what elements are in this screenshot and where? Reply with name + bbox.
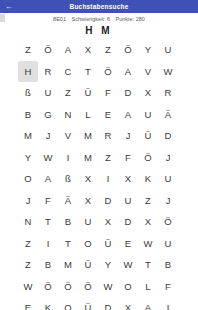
grid-cell[interactable]: N: [58, 104, 78, 126]
grid-cell[interactable]: T: [58, 233, 78, 255]
grid-cell[interactable]: A: [118, 104, 138, 126]
back-button[interactable]: ←: [5, 0, 13, 13]
grid-cell[interactable]: X: [98, 211, 118, 233]
grid-cell[interactable]: O: [118, 276, 138, 298]
grid-cell[interactable]: E: [18, 297, 38, 310]
grid-cell[interactable]: Ö: [38, 276, 58, 298]
grid-cell[interactable]: X: [138, 82, 158, 104]
grid-cell[interactable]: U: [118, 190, 138, 212]
grid-cell[interactable]: B: [18, 104, 38, 126]
grid-cell[interactable]: T: [138, 254, 158, 276]
grid-cell[interactable]: T: [78, 61, 98, 83]
grid-cell[interactable]: Z: [18, 254, 38, 276]
grid-cell[interactable]: Z: [18, 233, 38, 255]
grid-cell[interactable]: X: [78, 190, 98, 212]
grid-cell[interactable]: U: [138, 104, 158, 126]
grid-cell[interactable]: O: [78, 233, 98, 255]
grid-cell[interactable]: A: [58, 39, 78, 61]
grid-cell[interactable]: F: [38, 190, 58, 212]
arrow-left-icon: ←: [5, 0, 13, 13]
grid-cell[interactable]: I: [58, 147, 78, 169]
grid-cell[interactable]: R: [158, 82, 178, 104]
level-label: 8E01: [53, 16, 66, 22]
grid-cell[interactable]: Z: [98, 39, 118, 61]
grid-cell[interactable]: K: [38, 297, 58, 310]
target-letters: H M: [0, 25, 198, 36]
grid-cell[interactable]: ß: [58, 168, 78, 190]
grid-cell[interactable]: Ö: [138, 147, 158, 169]
grid-cell[interactable]: J: [158, 147, 178, 169]
grid-cell[interactable]: D: [98, 297, 118, 310]
grid-cell[interactable]: M: [18, 125, 38, 147]
grid-cell[interactable]: Z: [58, 82, 78, 104]
grid-cell[interactable]: Ü: [138, 125, 158, 147]
grid-cell[interactable]: V: [138, 61, 158, 83]
grid-cell[interactable]: L: [78, 104, 98, 126]
grid-cell[interactable]: M: [58, 254, 78, 276]
grid-cell[interactable]: H: [18, 61, 38, 83]
grid-cell[interactable]: A: [138, 297, 158, 310]
grid-cell[interactable]: X: [118, 168, 138, 190]
grid-cell[interactable]: U: [158, 233, 178, 255]
grid-cell[interactable]: X: [138, 211, 158, 233]
grid-cell[interactable]: Ö: [98, 61, 118, 83]
grid-cell[interactable]: B: [38, 254, 58, 276]
grid-cell[interactable]: R: [38, 61, 58, 83]
grid-cell[interactable]: Ü: [78, 297, 98, 310]
grid-cell[interactable]: W: [118, 254, 138, 276]
grid-cell[interactable]: Y: [18, 147, 38, 169]
grid-cell[interactable]: W: [38, 147, 58, 169]
grid-cell[interactable]: U: [38, 82, 58, 104]
grid-cell[interactable]: Ö: [158, 211, 178, 233]
grid-cell[interactable]: J: [18, 190, 38, 212]
grid-cell[interactable]: A: [118, 61, 138, 83]
grid-cell[interactable]: A: [38, 168, 58, 190]
grid-cell[interactable]: Ö: [78, 276, 98, 298]
grid-cell[interactable]: W: [98, 276, 118, 298]
grid-cell[interactable]: V: [58, 125, 78, 147]
status-line: 8E01 Schwierigkeit: 6 Punkte: 280: [0, 16, 198, 22]
grid-cell[interactable]: M: [78, 147, 98, 169]
grid-cell[interactable]: C: [58, 61, 78, 83]
grid-cell[interactable]: X: [78, 168, 98, 190]
grid-cell[interactable]: Q: [58, 297, 78, 310]
grid-cell[interactable]: X: [78, 39, 98, 61]
grid-cell[interactable]: Y: [138, 39, 158, 61]
grid-cell[interactable]: E: [118, 233, 138, 255]
grid-cell[interactable]: M: [78, 125, 98, 147]
grid-cell[interactable]: X: [118, 297, 138, 310]
grid-cell[interactable]: ß: [18, 82, 38, 104]
grid-cell[interactable]: G: [38, 104, 58, 126]
grid-cell[interactable]: F: [158, 276, 178, 298]
grid-cell[interactable]: Y: [98, 254, 118, 276]
grid-cell[interactable]: J: [118, 125, 138, 147]
grid-cell[interactable]: Ä: [58, 190, 78, 212]
grid-cell[interactable]: U: [158, 168, 178, 190]
grid-cell[interactable]: R: [98, 125, 118, 147]
grid-cell[interactable]: I: [158, 297, 178, 310]
grid-cell[interactable]: B: [158, 254, 178, 276]
difficulty-label: Schwierigkeit: 6: [71, 16, 110, 22]
app-bar: ← Buchstabensuche: [0, 0, 198, 13]
grid-cell[interactable]: Ü: [78, 82, 98, 104]
grid-cell[interactable]: I: [38, 233, 58, 255]
grid-cell[interactable]: Ü: [78, 254, 98, 276]
grid-cell[interactable]: K: [138, 168, 158, 190]
grid-cell[interactable]: Ü: [98, 233, 118, 255]
grid-cell[interactable]: W: [18, 276, 38, 298]
grid-cell[interactable]: D: [158, 125, 178, 147]
grid-cell[interactable]: B: [58, 211, 78, 233]
grid-cell[interactable]: U: [158, 39, 178, 61]
grid-cell[interactable]: W: [138, 233, 158, 255]
grid-cell[interactable]: L: [138, 276, 158, 298]
grid-cell[interactable]: Z: [98, 147, 118, 169]
grid-cell[interactable]: J: [38, 125, 58, 147]
grid-cell[interactable]: O: [18, 168, 38, 190]
letter-grid: ZÖAXZÖYUHRCTÖAVWßUZÜFDXRBGNLEAUÄMJVMRJÜD…: [18, 39, 178, 310]
grid-cell[interactable]: T: [38, 211, 58, 233]
grid-cell[interactable]: Ö: [58, 276, 78, 298]
grid-cell[interactable]: Ö: [118, 39, 138, 61]
grid-cell[interactable]: Ä: [158, 104, 178, 126]
grid-cell[interactable]: W: [158, 61, 178, 83]
points-label: Punkte: 280: [116, 16, 145, 22]
grid-cell[interactable]: D: [98, 190, 118, 212]
grid-cell[interactable]: J: [158, 190, 178, 212]
grid-cell[interactable]: U: [78, 211, 98, 233]
grid-cell[interactable]: F: [118, 147, 138, 169]
grid-cell[interactable]: Z: [18, 39, 38, 61]
grid-cell[interactable]: N: [18, 211, 38, 233]
grid-cell[interactable]: E: [98, 104, 118, 126]
grid-cell[interactable]: F: [98, 82, 118, 104]
app-title: Buchstabensuche: [70, 3, 129, 10]
grid-cell[interactable]: D: [118, 82, 138, 104]
grid-cell[interactable]: Z: [138, 190, 158, 212]
grid-cell[interactable]: I: [98, 168, 118, 190]
grid-cell[interactable]: Ö: [38, 39, 58, 61]
grid-cell[interactable]: D: [118, 211, 138, 233]
